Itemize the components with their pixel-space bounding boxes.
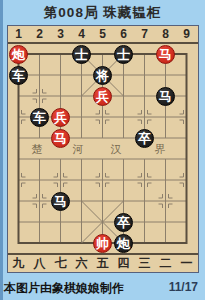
credit-text: 本图片由象棋娘娘制作: [4, 280, 124, 297]
top-coordinate-label: 6: [113, 26, 134, 42]
bottom-coordinate-label: 八: [29, 255, 50, 272]
top-coordinate-label: 5: [92, 26, 113, 42]
bottom-coordinate-label: 七: [50, 255, 71, 272]
puzzle-title: 第008局 珠藏韫柜: [0, 4, 205, 22]
bottom-coordinate-label: 一: [176, 255, 197, 272]
piece-red-soldier[interactable]: 兵: [93, 87, 112, 106]
top-coordinate-label: 9: [176, 26, 197, 42]
piece-black-horse[interactable]: 马: [51, 192, 70, 211]
top-coordinate-label: 1: [8, 26, 29, 42]
piece-black-soldier[interactable]: 卒: [114, 213, 133, 232]
piece-red-horse[interactable]: 马: [156, 45, 175, 64]
bottom-coordinate-label: 六: [71, 255, 92, 272]
bottom-coordinate-label: 三: [134, 255, 155, 272]
top-coordinate-label: 7: [134, 26, 155, 42]
piece-red-cannon[interactable]: 炮: [9, 45, 28, 64]
top-coordinate-label: 3: [50, 26, 71, 42]
top-coordinates: 123456789: [8, 26, 198, 42]
piece-red-horse[interactable]: 马: [51, 129, 70, 148]
piece-black-advisor[interactable]: 士: [72, 45, 91, 64]
screen-edge-shade: [0, 0, 3, 300]
board-area: 楚河汉界 炮士士马车将兵马车兵马卒马卒帅炮: [8, 42, 198, 255]
xiangqi-board: 123456789 楚河汉界 炮士士马车将兵马车兵马卒马卒帅炮 九八七六五四三二…: [7, 25, 199, 273]
piece-red-soldier[interactable]: 兵: [51, 108, 70, 127]
piece-black-chariot[interactable]: 车: [9, 66, 28, 85]
river-label: 河: [73, 143, 84, 155]
piece-black-general[interactable]: 将: [93, 66, 112, 85]
bottom-coordinate-label: 二: [155, 255, 176, 272]
piece-black-advisor[interactable]: 士: [114, 45, 133, 64]
bottom-coordinate-label: 九: [8, 255, 29, 272]
piece-black-horse[interactable]: 马: [156, 87, 175, 106]
top-coordinate-label: 4: [71, 26, 92, 42]
top-coordinate-label: 8: [155, 26, 176, 42]
bottom-coordinate-label: 五: [92, 255, 113, 272]
bottom-coordinate-label: 四: [113, 255, 134, 272]
piece-black-chariot[interactable]: 车: [30, 108, 49, 127]
page-indicator: 11/17: [169, 280, 198, 294]
river-label: 楚: [32, 143, 43, 155]
bottom-coordinates: 九八七六五四三二一: [8, 255, 198, 272]
piece-black-cannon[interactable]: 炮: [114, 234, 133, 253]
top-coordinate-label: 2: [29, 26, 50, 42]
river-label: 汉: [111, 143, 122, 155]
river-label: 界: [155, 143, 166, 155]
piece-red-general[interactable]: 帅: [93, 234, 112, 253]
piece-black-soldier[interactable]: 卒: [135, 129, 154, 148]
